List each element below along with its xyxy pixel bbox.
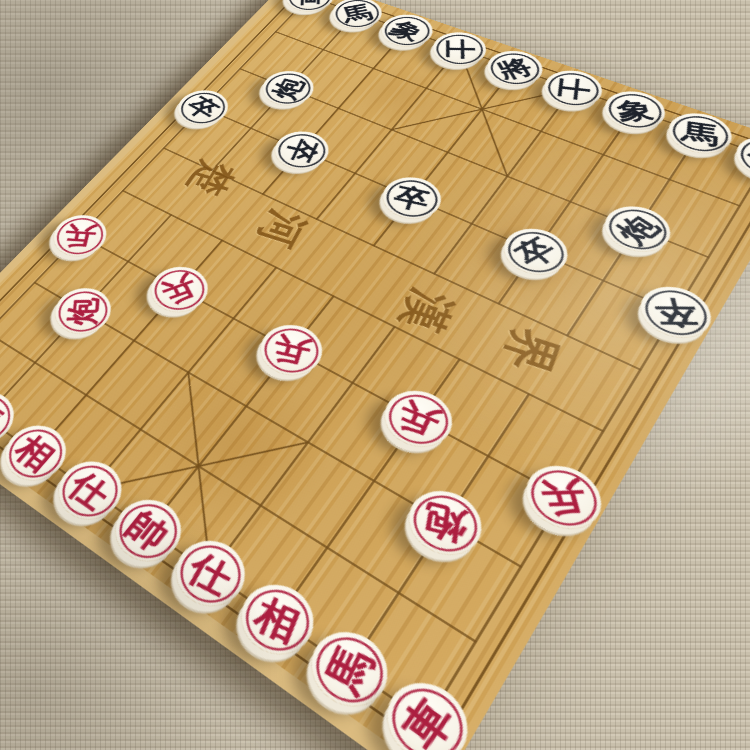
piece-glyph: 炮: [421, 499, 469, 546]
piece-glyph: 士: [444, 39, 476, 59]
photo-scene: 楚河漢界 車馬象士將士象馬車炮炮卒卒卒卒卒兵兵兵兵兵炮炮車馬相仕帥仕相馬車: [0, 0, 750, 750]
xiangqi-board: 楚河漢界 車馬象士將士象馬車炮炮卒卒卒卒卒兵兵兵兵兵炮炮車馬相仕帥仕相馬車: [0, 0, 750, 750]
piece-glyph: 車: [295, 0, 324, 5]
piece-glyph: 象: [614, 99, 655, 122]
piece-glyph: 卒: [651, 297, 700, 327]
piece-glyph: 士: [555, 76, 591, 101]
piece-glyph: 兵: [61, 223, 98, 249]
piece-glyph: 卒: [391, 183, 432, 214]
piece-glyph: 馬: [680, 119, 719, 147]
piece-glyph: 炮: [65, 297, 100, 325]
